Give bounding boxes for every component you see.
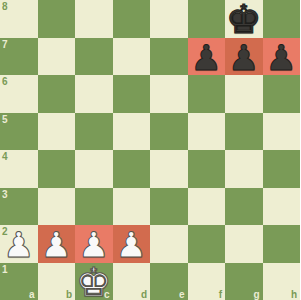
square-f7[interactable]: ♟ (188, 38, 226, 76)
square-c4[interactable] (75, 150, 113, 188)
square-b6[interactable] (38, 75, 76, 113)
black-pawn-icon[interactable]: ♟ (188, 39, 226, 77)
square-a4[interactable]: 4 (0, 150, 38, 188)
square-e8[interactable] (150, 0, 188, 38)
square-a1[interactable]: 1a (0, 263, 38, 300)
square-a8[interactable]: 8 (0, 0, 38, 38)
square-f4[interactable] (188, 150, 226, 188)
square-c1[interactable]: c♚ (75, 263, 113, 300)
square-c3[interactable] (75, 188, 113, 226)
rank-label-6: 6 (2, 76, 8, 87)
file-label-a: a (29, 289, 35, 300)
square-d7[interactable] (113, 38, 151, 76)
square-c6[interactable] (75, 75, 113, 113)
rank-label-7: 7 (2, 39, 8, 50)
file-label-g: g (253, 289, 259, 300)
square-g7[interactable]: ♟ (225, 38, 263, 76)
square-a3[interactable]: 3 (0, 188, 38, 226)
black-pawn-icon[interactable]: ♟ (225, 39, 263, 77)
square-c7[interactable] (75, 38, 113, 76)
square-a2[interactable]: 2♟ (0, 225, 38, 263)
rank-label-4: 4 (2, 151, 8, 162)
white-pawn-icon[interactable]: ♟ (0, 226, 38, 264)
square-g4[interactable] (225, 150, 263, 188)
square-c8[interactable] (75, 0, 113, 38)
square-e5[interactable] (150, 113, 188, 151)
square-a7[interactable]: 7 (0, 38, 38, 76)
square-b1[interactable]: b (38, 263, 76, 300)
rank-label-5: 5 (2, 114, 8, 125)
square-h3[interactable] (263, 188, 301, 226)
square-e2[interactable] (150, 225, 188, 263)
square-g3[interactable] (225, 188, 263, 226)
square-g8[interactable]: ♚ (225, 0, 263, 38)
white-king-icon[interactable]: ♚ (75, 264, 113, 300)
square-h2[interactable] (263, 225, 301, 263)
square-a5[interactable]: 5 (0, 113, 38, 151)
white-pawn-icon[interactable]: ♟ (113, 226, 151, 264)
square-d6[interactable] (113, 75, 151, 113)
square-d5[interactable] (113, 113, 151, 151)
black-pawn-icon[interactable]: ♟ (263, 39, 301, 77)
square-h7[interactable]: ♟ (263, 38, 301, 76)
square-b4[interactable] (38, 150, 76, 188)
square-c2[interactable]: ♟ (75, 225, 113, 263)
square-b8[interactable] (38, 0, 76, 38)
file-label-f: f (219, 289, 222, 300)
square-e1[interactable]: e (150, 263, 188, 300)
square-h1[interactable]: h (263, 263, 301, 300)
square-a6[interactable]: 6 (0, 75, 38, 113)
rank-label-3: 3 (2, 189, 8, 200)
square-b5[interactable] (38, 113, 76, 151)
square-c5[interactable] (75, 113, 113, 151)
square-g6[interactable] (225, 75, 263, 113)
white-pawn-icon[interactable]: ♟ (75, 226, 113, 264)
file-label-e: e (179, 289, 185, 300)
square-b3[interactable] (38, 188, 76, 226)
square-f6[interactable] (188, 75, 226, 113)
black-king-icon[interactable]: ♚ (225, 1, 263, 39)
square-d2[interactable]: ♟ (113, 225, 151, 263)
square-f8[interactable] (188, 0, 226, 38)
square-b7[interactable] (38, 38, 76, 76)
square-g1[interactable]: g (225, 263, 263, 300)
square-g5[interactable] (225, 113, 263, 151)
square-h8[interactable] (263, 0, 301, 38)
file-label-d: d (141, 289, 147, 300)
square-d8[interactable] (113, 0, 151, 38)
square-d1[interactable]: d (113, 263, 151, 300)
rank-label-8: 8 (2, 1, 8, 12)
square-h5[interactable] (263, 113, 301, 151)
square-f2[interactable] (188, 225, 226, 263)
square-g2[interactable] (225, 225, 263, 263)
chess-board: 8♚7♟♟♟65432♟♟♟♟1abc♚defgh (0, 0, 300, 300)
square-e6[interactable] (150, 75, 188, 113)
square-e7[interactable] (150, 38, 188, 76)
square-e3[interactable] (150, 188, 188, 226)
rank-label-1: 1 (2, 264, 8, 275)
file-label-h: h (291, 289, 297, 300)
square-f1[interactable]: f (188, 263, 226, 300)
square-h4[interactable] (263, 150, 301, 188)
square-f3[interactable] (188, 188, 226, 226)
white-pawn-icon[interactable]: ♟ (38, 226, 76, 264)
square-d4[interactable] (113, 150, 151, 188)
square-h6[interactable] (263, 75, 301, 113)
square-e4[interactable] (150, 150, 188, 188)
square-b2[interactable]: ♟ (38, 225, 76, 263)
file-label-b: b (66, 289, 72, 300)
square-d3[interactable] (113, 188, 151, 226)
square-f5[interactable] (188, 113, 226, 151)
